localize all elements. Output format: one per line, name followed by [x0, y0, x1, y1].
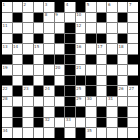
cell-5-9[interactable]: [97, 55, 107, 65]
cell-3-2[interactable]: [23, 34, 33, 44]
cell-6-3[interactable]: [34, 65, 44, 75]
black-cell-8-8: [86, 86, 96, 96]
cell-10-2[interactable]: [23, 107, 33, 117]
cell-11-7[interactable]: [76, 118, 86, 128]
cell-2-10[interactable]: [107, 23, 117, 33]
cell-7-9[interactable]: [97, 76, 107, 86]
black-cell-7-0: [2, 76, 12, 86]
cell-10-0[interactable]: [2, 107, 12, 117]
cell-2-0[interactable]: 11: [2, 23, 12, 33]
cell-0-8[interactable]: 5: [86, 2, 96, 12]
black-cell-11-11: [118, 118, 128, 128]
clue-number: 25: [76, 86, 81, 91]
cell-0-0[interactable]: 1: [2, 2, 12, 12]
clue-number: 35: [87, 128, 92, 133]
clue-number: 21: [76, 65, 81, 70]
cell-4-10[interactable]: [107, 44, 117, 54]
cell-11-4[interactable]: 32: [44, 118, 54, 128]
cell-4-12[interactable]: [128, 44, 138, 54]
cell-0-4[interactable]: 3: [44, 2, 54, 12]
clue-number: 13: [3, 44, 8, 49]
black-cell-10-3: [34, 107, 44, 117]
cell-0-10[interactable]: 6: [107, 2, 117, 12]
cell-1-8[interactable]: [86, 13, 96, 23]
cell-3-4[interactable]: [44, 34, 54, 44]
cell-6-8[interactable]: [86, 65, 96, 75]
cell-3-0[interactable]: [2, 34, 12, 44]
cell-2-2[interactable]: [23, 23, 33, 33]
cell-4-0[interactable]: 13: [2, 44, 12, 54]
black-cell-10-5: [55, 107, 65, 117]
black-cell-5-8: [86, 55, 96, 65]
clue-number: 30: [87, 96, 92, 101]
cell-11-6[interactable]: 33: [65, 118, 75, 128]
cell-12-1[interactable]: [13, 128, 23, 138]
cell-7-5[interactable]: [55, 76, 65, 86]
cell-8-11[interactable]: 26: [118, 86, 128, 96]
cell-6-1[interactable]: [13, 65, 23, 75]
cell-8-9[interactable]: [97, 86, 107, 96]
black-cell-11-3: [34, 118, 44, 128]
black-cell-1-9: [97, 13, 107, 23]
clue-number: 1: [3, 2, 6, 7]
black-cell-11-9: [97, 118, 107, 128]
cell-7-1[interactable]: [13, 76, 23, 86]
cell-2-7[interactable]: 12: [76, 23, 86, 33]
cell-0-2[interactable]: 2: [23, 2, 33, 12]
black-cell-10-11: [118, 107, 128, 117]
cell-9-5[interactable]: [55, 97, 65, 107]
clue-number: 15: [34, 44, 39, 49]
cell-4-11[interactable]: 18: [118, 44, 128, 54]
cell-3-10[interactable]: [107, 34, 117, 44]
black-cell-7-6: [65, 76, 75, 86]
clue-number: 12: [76, 23, 81, 28]
black-cell-9-6: [65, 97, 75, 107]
black-cell-10-9: [97, 107, 107, 117]
cell-0-1[interactable]: [13, 2, 23, 12]
cell-5-1[interactable]: [13, 55, 23, 65]
black-cell-8-5: [55, 86, 65, 96]
cell-11-0[interactable]: [2, 118, 12, 128]
cell-12-2[interactable]: [23, 128, 33, 138]
cell-9-9[interactable]: [97, 97, 107, 107]
cell-2-1[interactable]: [13, 23, 23, 33]
cell-2-8[interactable]: [86, 23, 96, 33]
black-cell-5-2: [23, 55, 33, 65]
cell-0-9[interactable]: [97, 2, 107, 12]
cell-4-5[interactable]: [55, 44, 65, 54]
black-cell-8-3: [34, 86, 44, 96]
cell-12-11[interactable]: [118, 128, 128, 138]
cell-9-10[interactable]: 31: [107, 97, 117, 107]
black-cell-3-11: [118, 34, 128, 44]
black-cell-1-1: [13, 13, 23, 23]
black-cell-5-10: [107, 55, 117, 65]
clue-number: 32: [45, 117, 50, 122]
cell-6-2[interactable]: [23, 65, 33, 75]
black-cell-10-6: [65, 107, 75, 117]
clue-number: 2: [24, 2, 27, 7]
cell-12-3[interactable]: [34, 128, 44, 138]
clue-number: 9: [55, 12, 58, 17]
black-cell-8-6: [65, 86, 75, 96]
cell-4-4[interactable]: [44, 44, 54, 54]
clue-number: 22: [3, 86, 8, 91]
cell-6-0[interactable]: 19: [2, 65, 12, 75]
black-cell-11-1: [13, 118, 23, 128]
black-cell-1-11: [118, 13, 128, 23]
black-cell-12-5: [55, 128, 65, 138]
cell-4-1[interactable]: 14: [13, 44, 23, 54]
black-cell-3-1: [13, 34, 23, 44]
black-cell-8-1: [13, 86, 23, 96]
cell-1-2[interactable]: [23, 13, 33, 23]
black-cell-5-12: [128, 55, 138, 65]
black-cell-0-7: [76, 2, 86, 12]
cell-8-7[interactable]: 25: [76, 86, 86, 96]
clue-number: 10: [76, 12, 81, 17]
clue-number: 3: [45, 2, 48, 7]
cell-7-3[interactable]: [34, 76, 44, 86]
clue-number: 7: [129, 2, 132, 7]
cell-11-12[interactable]: [128, 118, 138, 128]
cell-9-2[interactable]: [23, 97, 33, 107]
black-cell-7-7: [76, 76, 86, 86]
clue-number: 11: [3, 23, 8, 28]
cell-12-9[interactable]: [97, 128, 107, 138]
cell-2-9[interactable]: [97, 23, 107, 33]
clue-number: 27: [129, 86, 134, 91]
cell-6-12[interactable]: [128, 65, 138, 75]
cell-12-4[interactable]: [44, 128, 54, 138]
cell-2-12[interactable]: [128, 23, 138, 33]
cell-6-11[interactable]: [118, 65, 128, 75]
cell-1-12[interactable]: [128, 13, 138, 23]
cell-10-12[interactable]: [128, 107, 138, 117]
cell-9-11[interactable]: [118, 97, 128, 107]
black-cell-3-5: [55, 34, 65, 44]
black-cell-0-5: [55, 2, 65, 12]
cell-9-3[interactable]: [34, 97, 44, 107]
clue-number: 33: [66, 117, 71, 122]
cell-6-5[interactable]: 20: [55, 65, 65, 75]
clue-number: 28: [3, 96, 8, 101]
black-cell-7-4: [44, 76, 54, 86]
cell-0-3[interactable]: [34, 2, 44, 12]
clue-number: 19: [3, 65, 8, 70]
black-cell-5-0: [2, 55, 12, 65]
cell-4-8[interactable]: [86, 44, 96, 54]
cell-5-3[interactable]: [34, 55, 44, 65]
clue-number: 17: [97, 44, 102, 49]
cell-12-12[interactable]: [128, 128, 138, 138]
cell-4-9[interactable]: 17: [97, 44, 107, 54]
cell-12-6[interactable]: [65, 128, 75, 138]
clue-number: 24: [45, 86, 50, 91]
clue-number: 34: [3, 128, 8, 133]
cell-3-7[interactable]: [76, 34, 86, 44]
clue-number: 16: [76, 44, 81, 49]
clue-number: 20: [55, 65, 60, 70]
cell-1-5[interactable]: 9: [55, 13, 65, 23]
cell-9-8[interactable]: 30: [86, 97, 96, 107]
black-cell-4-6: [65, 44, 75, 54]
clue-number: 6: [108, 2, 111, 7]
cell-8-4[interactable]: 24: [44, 86, 54, 96]
black-cell-10-1: [13, 107, 23, 117]
cell-8-0[interactable]: 22: [2, 86, 12, 96]
cell-4-7[interactable]: 16: [76, 44, 86, 54]
black-cell-6-6: [65, 65, 75, 75]
cell-10-8[interactable]: [86, 107, 96, 117]
black-cell-1-3: [34, 13, 44, 23]
crossword-grid: 1234567891011121314151617181920212223242…: [0, 0, 140, 140]
cell-6-4[interactable]: [44, 65, 54, 75]
cell-5-7[interactable]: [76, 55, 86, 65]
clue-number: 14: [13, 44, 18, 49]
black-cell-3-9: [97, 34, 107, 44]
cell-1-10[interactable]: [107, 13, 117, 23]
black-cell-3-3: [34, 34, 44, 44]
black-cell-7-10: [107, 76, 117, 86]
cell-5-11[interactable]: [118, 55, 128, 65]
cell-9-1[interactable]: [13, 97, 23, 107]
cell-11-8[interactable]: [86, 118, 96, 128]
cell-12-0[interactable]: 34: [2, 128, 12, 138]
cell-0-11[interactable]: [118, 2, 128, 12]
black-cell-7-8: [86, 76, 96, 86]
cell-3-12[interactable]: [128, 34, 138, 44]
clue-number: 4: [66, 2, 69, 7]
clue-number: 29: [76, 96, 81, 101]
cell-9-12[interactable]: [128, 97, 138, 107]
cell-2-4[interactable]: [44, 23, 54, 33]
clue-number: 8: [45, 12, 48, 17]
black-cell-12-7: [76, 128, 86, 138]
cell-11-2[interactable]: [23, 118, 33, 128]
cell-11-5[interactable]: [55, 118, 65, 128]
cell-11-10[interactable]: [107, 118, 117, 128]
cell-2-11[interactable]: [118, 23, 128, 33]
cell-9-4[interactable]: [44, 97, 54, 107]
black-cell-5-5: [55, 55, 65, 65]
cell-10-10[interactable]: [107, 107, 117, 117]
black-cell-5-4: [44, 55, 54, 65]
cell-7-11[interactable]: [118, 76, 128, 86]
clue-number: 31: [108, 96, 113, 101]
cell-12-8[interactable]: 35: [86, 128, 96, 138]
cell-1-7[interactable]: 10: [76, 13, 86, 23]
black-cell-7-2: [23, 76, 33, 86]
black-cell-2-6: [65, 23, 75, 33]
cell-4-2[interactable]: [23, 44, 33, 54]
black-cell-8-10: [107, 86, 117, 96]
black-cell-3-8: [86, 34, 96, 44]
cell-2-5[interactable]: [55, 23, 65, 33]
cell-10-4[interactable]: [44, 107, 54, 117]
black-cell-5-6: [65, 55, 75, 65]
crossword-page: 1234567891011121314151617181920212223242…: [0, 0, 140, 140]
cell-1-0[interactable]: [2, 13, 12, 23]
cell-2-3[interactable]: [34, 23, 44, 33]
cell-0-6[interactable]: 4: [65, 2, 75, 12]
cell-6-7[interactable]: 21: [76, 65, 86, 75]
cell-1-6[interactable]: [65, 13, 75, 23]
black-cell-10-7: [76, 107, 86, 117]
cell-12-10[interactable]: [107, 128, 117, 138]
black-cell-3-6: [65, 34, 75, 44]
black-cell-7-12: [128, 76, 138, 86]
cell-0-12[interactable]: 7: [128, 2, 138, 12]
cell-4-3[interactable]: 15: [34, 44, 44, 54]
cell-6-9[interactable]: [97, 65, 107, 75]
clue-number: 5: [87, 2, 90, 7]
clue-number: 23: [24, 86, 29, 91]
cell-8-12[interactable]: 27: [128, 86, 138, 96]
cell-9-7[interactable]: 29: [76, 97, 86, 107]
cell-8-2[interactable]: 23: [23, 86, 33, 96]
clue-number: 18: [118, 44, 123, 49]
cell-1-4[interactable]: 8: [44, 13, 54, 23]
cell-6-10[interactable]: [107, 65, 117, 75]
clue-number: 26: [118, 86, 123, 91]
cell-9-0[interactable]: 28: [2, 97, 12, 107]
